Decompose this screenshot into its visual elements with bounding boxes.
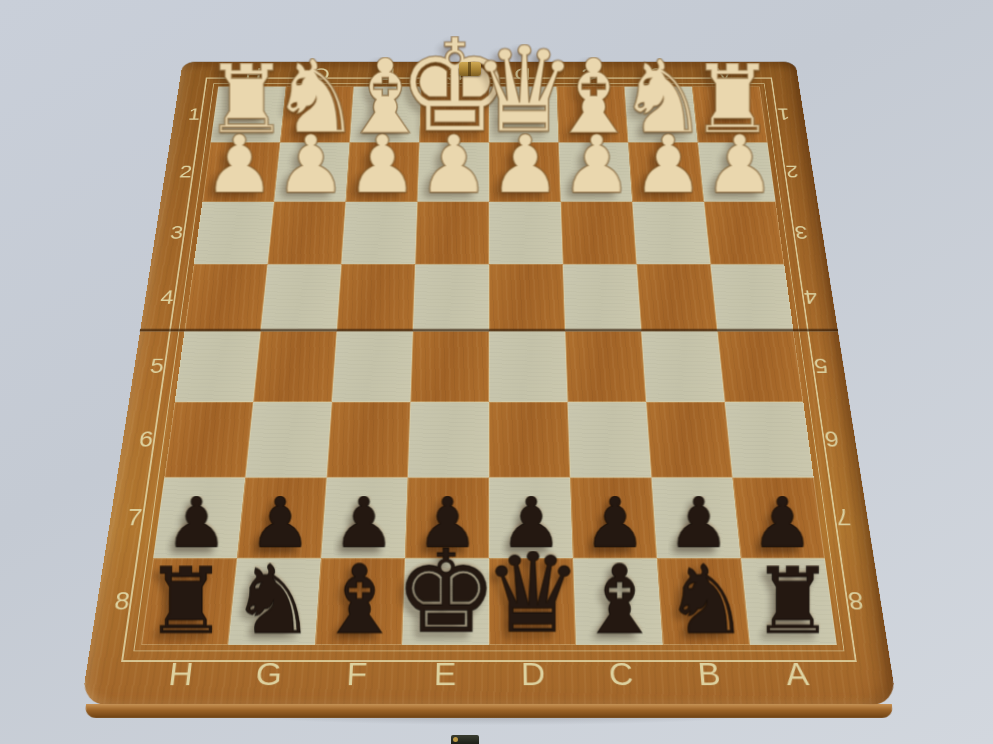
square-f2[interactable]: ♟ (346, 142, 420, 201)
square-c5[interactable] (565, 331, 646, 402)
file-label-bottom-f: F (311, 647, 402, 701)
square-d4[interactable] (489, 264, 565, 331)
piece-white-pawn-d2[interactable]: ♟ (489, 133, 561, 196)
square-h8[interactable]: ♜ (141, 558, 237, 645)
square-f3[interactable] (341, 202, 417, 265)
square-b3[interactable] (632, 202, 710, 265)
piece-black-pawn-c7[interactable]: ♟ (583, 496, 645, 550)
square-g5[interactable] (253, 331, 336, 402)
piece-white-pawn-g2[interactable]: ♟ (274, 133, 346, 196)
piece-black-pawn-a7[interactable]: ♟ (751, 496, 813, 550)
file-labels-bottom: HGFEDCBA (133, 647, 844, 701)
piece-white-pawn-c2[interactable]: ♟ (560, 133, 632, 196)
square-e4[interactable] (413, 264, 489, 331)
file-label-bottom-e: E (400, 647, 489, 701)
square-h3[interactable] (194, 202, 274, 265)
square-d5[interactable] (489, 331, 568, 402)
square-h5[interactable] (175, 331, 261, 402)
board-scene: ♜♞♝♚♛♝♞♜♟♟♟♟♟♟♟♟♟♟♟♟♟♟♟♟♜♞♝♚♛♝♞♜ HGFEDCB… (81, 0, 897, 705)
square-b2[interactable]: ♟ (628, 142, 704, 201)
square-g8[interactable]: ♞ (228, 558, 321, 645)
square-a3[interactable] (704, 202, 784, 265)
piece-black-rook-a8[interactable]: ♜ (751, 565, 833, 636)
brass-hinge-icon (459, 62, 481, 76)
square-a6[interactable] (725, 402, 814, 478)
file-label-bottom-a: A (750, 647, 845, 701)
file-label-bottom-d: D (489, 647, 578, 701)
square-e5[interactable] (410, 331, 489, 402)
rank-label-right-6: 6 (803, 402, 861, 478)
square-a5[interactable] (717, 331, 803, 402)
square-h6[interactable] (164, 402, 253, 478)
rank-label-right-3: 3 (776, 202, 828, 265)
piece-black-bishop-f8[interactable]: ♝ (316, 562, 402, 636)
piece-black-rook-h8[interactable]: ♜ (145, 565, 227, 636)
rank-label-right-7: 7 (814, 477, 874, 558)
square-e8[interactable]: ♚ (402, 558, 489, 645)
square-a2[interactable]: ♟ (698, 142, 776, 201)
square-g4[interactable] (261, 264, 342, 331)
file-label-bottom-b: B (663, 647, 756, 701)
square-g2[interactable]: ♟ (274, 142, 350, 201)
piece-black-knight-b8[interactable]: ♞ (663, 562, 749, 636)
square-a8[interactable]: ♜ (741, 558, 837, 645)
file-label-bottom-g: G (222, 647, 315, 701)
photo-background: ♜♞♝♚♛♝♞♜♟♟♟♟♟♟♟♟♟♟♟♟♟♟♟♟♜♞♝♚♛♝♞♜ HGFEDCB… (0, 0, 993, 744)
piece-black-pawn-g7[interactable]: ♟ (249, 496, 311, 550)
piece-white-pawn-f2[interactable]: ♟ (346, 133, 418, 196)
square-c8[interactable]: ♝ (573, 558, 663, 645)
square-c2[interactable]: ♟ (559, 142, 633, 201)
square-f4[interactable] (337, 264, 415, 331)
rank-label-left-3: 3 (151, 202, 203, 265)
square-d3[interactable] (489, 202, 563, 265)
square-h4[interactable] (184, 264, 267, 331)
square-a4[interactable] (710, 264, 793, 331)
piece-black-pawn-h7[interactable]: ♟ (165, 496, 227, 550)
square-b4[interactable] (637, 264, 718, 331)
rank-label-left-5: 5 (129, 331, 185, 402)
square-f8[interactable]: ♝ (315, 558, 405, 645)
square-c3[interactable] (561, 202, 637, 265)
piece-black-bishop-c8[interactable]: ♝ (576, 562, 662, 636)
rank-label-right-8: 8 (825, 558, 888, 645)
square-f5[interactable] (332, 331, 413, 402)
square-h2[interactable]: ♟ (202, 142, 280, 201)
square-e2[interactable]: ♟ (417, 142, 489, 201)
square-e6[interactable] (408, 402, 489, 478)
square-b6[interactable] (646, 402, 732, 478)
piece-black-knight-g8[interactable]: ♞ (230, 562, 316, 636)
board-grid: ♜♞♝♚♛♝♞♜♟♟♟♟♟♟♟♟♟♟♟♟♟♟♟♟♜♞♝♚♛♝♞♜ (141, 87, 837, 645)
piece-black-queen-d8[interactable]: ♛ (483, 551, 582, 637)
rank-label-right-4: 4 (784, 264, 838, 331)
square-d8[interactable]: ♛ (489, 558, 576, 645)
chess-board: ♜♞♝♚♛♝♞♜♟♟♟♟♟♟♟♟♟♟♟♟♟♟♟♟♜♞♝♚♛♝♞♜ HGFEDCB… (81, 62, 897, 705)
brass-latch-icon (451, 735, 479, 744)
piece-black-king-e8[interactable]: ♚ (394, 547, 497, 637)
square-c6[interactable] (568, 402, 652, 478)
rank-label-right-5: 5 (794, 331, 850, 402)
square-e3[interactable] (415, 202, 489, 265)
square-g6[interactable] (245, 402, 331, 478)
square-b8[interactable]: ♞ (657, 558, 750, 645)
fold-seam (140, 328, 839, 332)
square-g3[interactable] (268, 202, 346, 265)
square-c4[interactable] (563, 264, 641, 331)
square-b5[interactable] (641, 331, 724, 402)
square-d2[interactable]: ♟ (489, 142, 561, 201)
piece-white-pawn-e2[interactable]: ♟ (417, 133, 489, 196)
square-d6[interactable] (489, 402, 570, 478)
piece-white-pawn-a2[interactable]: ♟ (703, 133, 775, 196)
piece-white-pawn-h2[interactable]: ♟ (203, 133, 275, 196)
board-front-edge (84, 704, 894, 718)
file-label-bottom-h: H (133, 647, 228, 701)
file-label-bottom-c: C (576, 647, 667, 701)
piece-black-pawn-b7[interactable]: ♟ (667, 496, 729, 550)
piece-white-pawn-b2[interactable]: ♟ (632, 133, 704, 196)
piece-black-pawn-f7[interactable]: ♟ (332, 496, 394, 550)
square-f6[interactable] (327, 402, 411, 478)
rank-label-left-4: 4 (140, 264, 194, 331)
